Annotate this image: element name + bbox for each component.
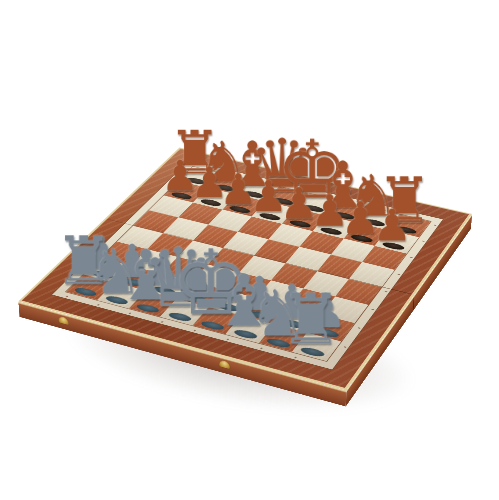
brass-clasp [219, 360, 230, 369]
piece-slate-rook-h1[interactable]: ♜ [280, 285, 342, 355]
product-photo-canvas: ♜♞♝♛♚♝♞♜♟♟♟♟♟♟♟♟♟♟♟♟♟♟♟♟♜♞♝♛♚♝♞♜ [0, 0, 499, 500]
piece-copper-pawn-h7[interactable]: ♟ [373, 204, 412, 248]
brass-clasp [58, 316, 68, 325]
